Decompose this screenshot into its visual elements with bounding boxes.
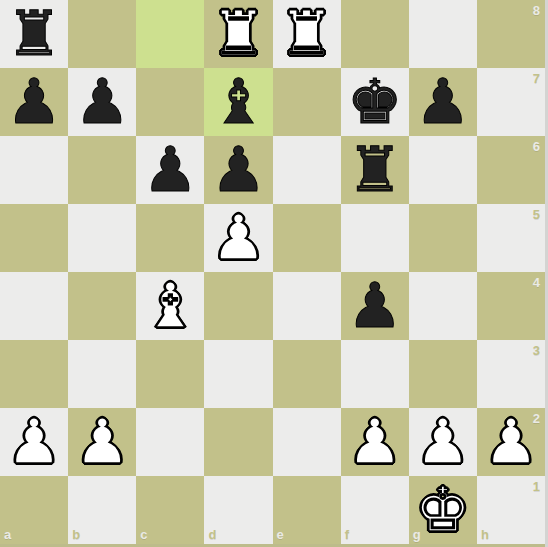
square-e2[interactable] <box>273 408 341 476</box>
square-d1[interactable]: d <box>204 476 272 544</box>
chess-board: ♜♜♜8♟♟♝♚♟7♟♟♜6♟5♝♟43♟♟♟♟♟2abcdef♚g1h <box>0 0 545 544</box>
square-g2[interactable]: ♟ <box>409 408 477 476</box>
square-f7[interactable]: ♚ <box>341 68 409 136</box>
square-g6[interactable] <box>409 136 477 204</box>
square-c6[interactable]: ♟ <box>136 136 204 204</box>
piece-white-rook[interactable]: ♜ <box>279 0 335 68</box>
square-g7[interactable]: ♟ <box>409 68 477 136</box>
square-b8[interactable] <box>68 0 136 68</box>
rank-label-7: 7 <box>533 71 540 86</box>
square-a5[interactable] <box>0 204 68 272</box>
square-a4[interactable] <box>0 272 68 340</box>
rank-label-2: 2 <box>533 411 540 426</box>
square-b7[interactable]: ♟ <box>68 68 136 136</box>
piece-black-pawn[interactable]: ♟ <box>74 68 130 136</box>
file-label-a: a <box>4 527 11 542</box>
square-f4[interactable]: ♟ <box>341 272 409 340</box>
square-g5[interactable] <box>409 204 477 272</box>
square-b5[interactable] <box>68 204 136 272</box>
square-b4[interactable] <box>68 272 136 340</box>
square-b2[interactable]: ♟ <box>68 408 136 476</box>
square-f6[interactable]: ♜ <box>341 136 409 204</box>
rank-label-4: 4 <box>533 275 540 290</box>
square-f3[interactable] <box>341 340 409 408</box>
square-d2[interactable] <box>204 408 272 476</box>
piece-black-pawn[interactable]: ♟ <box>6 68 62 136</box>
square-e5[interactable] <box>273 204 341 272</box>
piece-white-pawn[interactable]: ♟ <box>483 408 539 476</box>
piece-white-pawn[interactable]: ♟ <box>211 204 267 272</box>
square-f1[interactable]: f <box>341 476 409 544</box>
piece-white-rook[interactable]: ♜ <box>211 0 267 68</box>
square-h6[interactable]: 6 <box>477 136 545 204</box>
square-e3[interactable] <box>273 340 341 408</box>
square-f8[interactable] <box>341 0 409 68</box>
square-e6[interactable] <box>273 136 341 204</box>
square-a1[interactable]: a <box>0 476 68 544</box>
square-c1[interactable]: c <box>136 476 204 544</box>
piece-black-pawn[interactable]: ♟ <box>415 68 471 136</box>
piece-black-rook[interactable]: ♜ <box>6 0 62 68</box>
piece-white-king[interactable]: ♚ <box>415 476 471 544</box>
square-b6[interactable] <box>68 136 136 204</box>
square-d4[interactable] <box>204 272 272 340</box>
square-h5[interactable]: 5 <box>477 204 545 272</box>
file-label-b: b <box>72 527 80 542</box>
square-d8[interactable]: ♜ <box>204 0 272 68</box>
square-h2[interactable]: ♟2 <box>477 408 545 476</box>
rank-label-3: 3 <box>533 343 540 358</box>
square-d3[interactable] <box>204 340 272 408</box>
piece-black-pawn[interactable]: ♟ <box>211 136 267 204</box>
square-e8[interactable]: ♜ <box>273 0 341 68</box>
file-label-g: g <box>413 527 421 542</box>
square-d6[interactable]: ♟ <box>204 136 272 204</box>
square-c3[interactable] <box>136 340 204 408</box>
square-a3[interactable] <box>0 340 68 408</box>
piece-black-king[interactable]: ♚ <box>347 68 403 136</box>
square-h1[interactable]: 1h <box>477 476 545 544</box>
square-g1[interactable]: ♚g <box>409 476 477 544</box>
square-c2[interactable] <box>136 408 204 476</box>
rank-label-8: 8 <box>533 3 540 18</box>
rank-label-1: 1 <box>533 479 540 494</box>
rank-label-5: 5 <box>533 207 540 222</box>
piece-white-bishop[interactable]: ♝ <box>143 272 199 340</box>
square-a7[interactable]: ♟ <box>0 68 68 136</box>
file-label-c: c <box>140 527 147 542</box>
square-f2[interactable]: ♟ <box>341 408 409 476</box>
square-b3[interactable] <box>68 340 136 408</box>
file-label-e: e <box>277 527 284 542</box>
square-c7[interactable] <box>136 68 204 136</box>
square-d7[interactable]: ♝ <box>204 68 272 136</box>
square-a8[interactable]: ♜ <box>0 0 68 68</box>
square-g3[interactable] <box>409 340 477 408</box>
file-label-f: f <box>345 527 349 542</box>
square-g8[interactable] <box>409 0 477 68</box>
square-b1[interactable]: b <box>68 476 136 544</box>
piece-white-pawn[interactable]: ♟ <box>415 408 471 476</box>
square-d5[interactable]: ♟ <box>204 204 272 272</box>
rank-label-6: 6 <box>533 139 540 154</box>
piece-black-rook[interactable]: ♜ <box>347 136 403 204</box>
square-c8[interactable] <box>136 0 204 68</box>
square-h4[interactable]: 4 <box>477 272 545 340</box>
square-e4[interactable] <box>273 272 341 340</box>
square-h3[interactable]: 3 <box>477 340 545 408</box>
piece-black-pawn[interactable]: ♟ <box>347 272 403 340</box>
file-label-d: d <box>208 527 216 542</box>
piece-black-pawn[interactable]: ♟ <box>143 136 199 204</box>
square-e7[interactable] <box>273 68 341 136</box>
board-grid: ♜♜♜8♟♟♝♚♟7♟♟♜6♟5♝♟43♟♟♟♟♟2abcdef♚g1h <box>0 0 545 544</box>
piece-white-pawn[interactable]: ♟ <box>6 408 62 476</box>
piece-black-bishop[interactable]: ♝ <box>211 68 267 136</box>
square-a6[interactable] <box>0 136 68 204</box>
square-g4[interactable] <box>409 272 477 340</box>
piece-white-pawn[interactable]: ♟ <box>347 408 403 476</box>
square-h8[interactable]: 8 <box>477 0 545 68</box>
square-a2[interactable]: ♟ <box>0 408 68 476</box>
piece-white-pawn[interactable]: ♟ <box>74 408 130 476</box>
square-c5[interactable] <box>136 204 204 272</box>
square-h7[interactable]: 7 <box>477 68 545 136</box>
file-label-h: h <box>481 527 489 542</box>
square-f5[interactable] <box>341 204 409 272</box>
square-c4[interactable]: ♝ <box>136 272 204 340</box>
square-e1[interactable]: e <box>273 476 341 544</box>
